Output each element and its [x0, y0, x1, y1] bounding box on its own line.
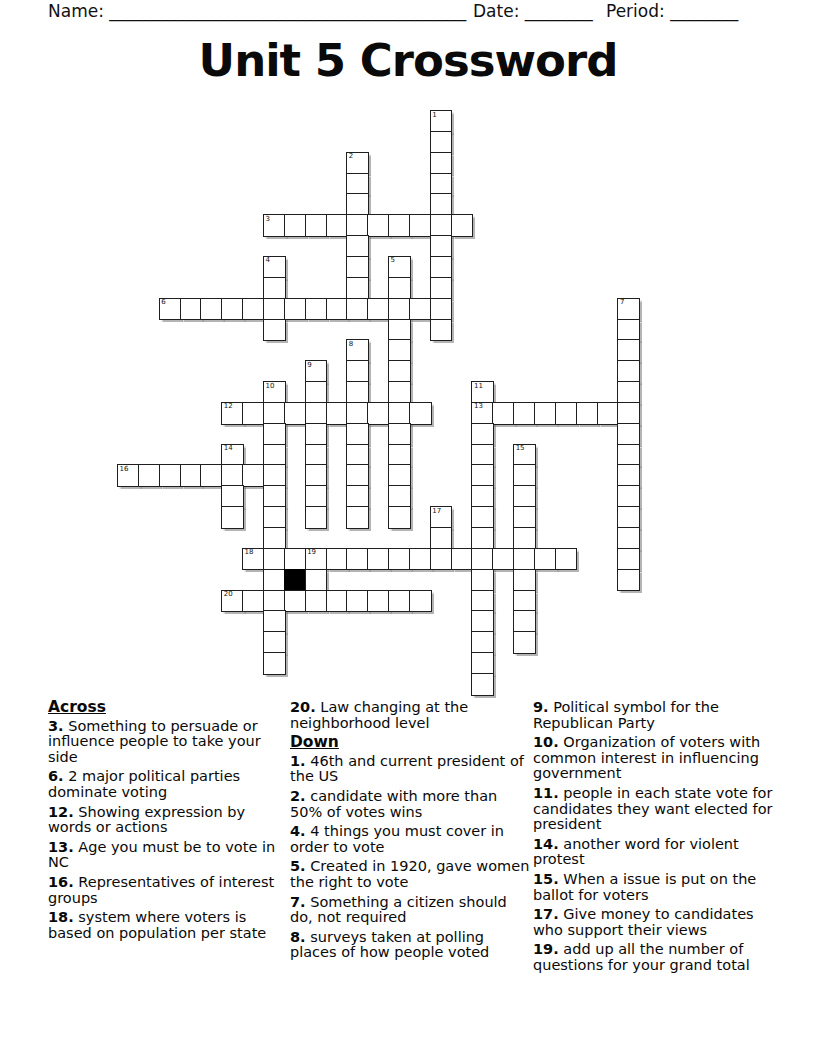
crossword-cell[interactable]: [597, 402, 620, 425]
crossword-cell[interactable]: [305, 444, 328, 467]
clue-20: 20. Law changing at the neighborhood lev…: [290, 700, 530, 731]
crossword-cell[interactable]: [388, 590, 411, 613]
crossword-cell[interactable]: [555, 548, 578, 571]
crossword-cell[interactable]: [430, 319, 453, 342]
crossword-cell[interactable]: [138, 464, 161, 487]
crossword-cell[interactable]: [492, 548, 515, 571]
clue-section-heading-down: Down: [290, 735, 530, 751]
crossword-cell[interactable]: [513, 548, 536, 571]
crossword-cell[interactable]: [326, 548, 349, 571]
crossword-cell[interactable]: [388, 319, 411, 342]
clue-number: 5: [391, 257, 395, 264]
crossword-cell[interactable]: [430, 235, 453, 258]
crossword-cell[interactable]: [617, 381, 640, 404]
period-label: Period:: [606, 1, 665, 21]
crossword-cell[interactable]: [430, 173, 453, 196]
crossword-cell[interactable]: [263, 423, 286, 446]
crossword-cell[interactable]: [346, 506, 369, 529]
crossword-cell[interactable]: [388, 360, 411, 383]
clue-number: 8: [349, 341, 353, 348]
crossword-cell[interactable]: [263, 652, 286, 675]
clue-number: 9: [307, 362, 311, 369]
clue-number-label: 20.: [290, 699, 316, 715]
period-field: Period: ________: [606, 1, 738, 21]
crossword-cell[interactable]: [263, 610, 286, 633]
crossword-cell[interactable]: [617, 339, 640, 362]
crossword-cell[interactable]: [513, 527, 536, 550]
crossword-cell[interactable]: [388, 423, 411, 446]
clue-number-label: 16.: [48, 874, 74, 890]
crossword-cell[interactable]: [242, 464, 265, 487]
crossword-cell[interactable]: [471, 569, 494, 592]
crossword-cell[interactable]: [367, 548, 390, 571]
crossword-cell[interactable]: [284, 590, 307, 613]
clue-5: 5. Created in 1920, gave women the right…: [290, 859, 530, 890]
crossword-cell[interactable]: [346, 298, 369, 321]
crossword-cell[interactable]: [471, 464, 494, 487]
clue-number: 6: [161, 299, 165, 306]
crossword-cell[interactable]: [430, 277, 453, 300]
clues-column-middle: 20. Law changing at the neighborhood lev…: [290, 700, 530, 965]
crossword-cell[interactable]: [305, 214, 328, 237]
crossword-cell[interactable]: [430, 548, 453, 571]
crossword-cell[interactable]: [388, 402, 411, 425]
clue-number-label: 14.: [533, 836, 559, 852]
crossword-cell[interactable]: [326, 298, 349, 321]
crossword-cell[interactable]: [471, 527, 494, 550]
crossword-cell[interactable]: [409, 298, 432, 321]
clue-number: 7: [620, 299, 624, 306]
crossword-cell[interactable]: [430, 131, 453, 154]
clue-number-label: 12.: [48, 804, 74, 820]
clue-number-label: 9.: [533, 699, 549, 715]
clues-column-across: Across3. Something to persuade or influe…: [48, 700, 288, 945]
clue-9: 9. Political symbol for the Republican P…: [533, 700, 773, 731]
crossword-cell[interactable]: [388, 214, 411, 237]
date-blank-line[interactable]: ________: [525, 1, 593, 21]
crossword-cell[interactable]: [430, 152, 453, 175]
crossword-cell[interactable]: [513, 631, 536, 654]
clue-12: 12. Showing expression by words or actio…: [48, 805, 288, 836]
crossword-cell[interactable]: [513, 610, 536, 633]
crossword-cell[interactable]: [200, 464, 223, 487]
clue-number-label: 15.: [533, 871, 559, 887]
crossword-cell[interactable]: [284, 298, 307, 321]
crossword-cell[interactable]: [617, 360, 640, 383]
clue-number: 19: [307, 549, 316, 556]
clue-16: 16. Representatives of interest groups: [48, 875, 288, 906]
crossword-cell[interactable]: [284, 548, 307, 571]
crossword-cell[interactable]: [326, 402, 349, 425]
crossword-cell[interactable]: [263, 569, 286, 592]
crossword-cell[interactable]: [451, 214, 474, 237]
clue-number-label: 10.: [533, 734, 559, 750]
clue-number-label: 18.: [48, 909, 74, 925]
crossword-cell[interactable]: [200, 298, 223, 321]
crossword-cell[interactable]: [388, 444, 411, 467]
clue-18: 18. system where voters is based on popu…: [48, 910, 288, 941]
crossword-cell[interactable]: [180, 464, 203, 487]
crossword-cell[interactable]: [409, 548, 432, 571]
page-title: Unit 5 Crossword: [0, 36, 816, 86]
clue-number: 20: [224, 591, 233, 598]
clue-number: 1: [432, 112, 436, 119]
clues-column-right: 9. Political symbol for the Republican P…: [533, 700, 773, 978]
crossword-cell[interactable]: [430, 256, 453, 279]
crossword-cell[interactable]: [242, 298, 265, 321]
clue-19: 19. add up all the number of questions f…: [533, 942, 773, 973]
crossword-cell[interactable]: [513, 506, 536, 529]
crossword-cell[interactable]: [388, 485, 411, 508]
crossword-cell[interactable]: [346, 360, 369, 383]
crossword-cell[interactable]: [471, 590, 494, 613]
crossword-cell[interactable]: [576, 402, 599, 425]
clue-number-label: 5.: [290, 858, 306, 874]
crossword-cell[interactable]: [242, 590, 265, 613]
clue-number-label: 1.: [290, 753, 306, 769]
crossword-cell[interactable]: [471, 444, 494, 467]
crossword-cell[interactable]: [159, 464, 182, 487]
crossword-cell[interactable]: [513, 402, 536, 425]
crossword-cell[interactable]: [263, 631, 286, 654]
crossword-cell[interactable]: [388, 548, 411, 571]
crossword-cell[interactable]: [305, 590, 328, 613]
crossword-cell[interactable]: [346, 402, 369, 425]
crossword-cell[interactable]: [409, 214, 432, 237]
crossword-cell[interactable]: [617, 485, 640, 508]
clue-14: 14. another word for violent protest: [533, 837, 773, 868]
clue-number: 18: [245, 549, 254, 556]
clue-number: 12: [224, 403, 233, 410]
crossword-cell[interactable]: [367, 298, 390, 321]
clue-number-label: 17.: [533, 906, 559, 922]
crossword-cell[interactable]: [326, 590, 349, 613]
clue-13: 13. Age you must be to vote in NC: [48, 840, 288, 871]
crossword-cell[interactable]: [305, 402, 328, 425]
crossword-cell[interactable]: [263, 277, 286, 300]
crossword-board: 1234567891011121314151617181920: [117, 110, 639, 694]
clue-number-label: 7.: [290, 894, 306, 910]
clue-number: 11: [474, 383, 483, 390]
clue-number: 16: [120, 466, 129, 473]
clue-number: 15: [516, 445, 525, 452]
crossword-cell[interactable]: [305, 423, 328, 446]
crossword-cell[interactable]: [471, 673, 494, 696]
clue-number: 4: [265, 257, 269, 264]
crossword-cell[interactable]: [346, 381, 369, 404]
crossword-cell[interactable]: [555, 402, 578, 425]
crossword-cell[interactable]: [617, 569, 640, 592]
crossword-cell[interactable]: [430, 298, 453, 321]
crossword-cell[interactable]: [367, 590, 390, 613]
crossword-cell[interactable]: [471, 631, 494, 654]
crossword-cell[interactable]: [305, 485, 328, 508]
clue-number: 3: [265, 216, 269, 223]
crossword-cell[interactable]: [388, 506, 411, 529]
crossword-cell[interactable]: [513, 485, 536, 508]
clue-number-label: 6.: [48, 768, 64, 784]
clue-number-label: 11.: [533, 785, 559, 801]
crossword-cell[interactable]: [180, 298, 203, 321]
date-label: Date:: [473, 1, 519, 21]
crossword-cell[interactable]: [409, 590, 432, 613]
crossword-cell[interactable]: [388, 298, 411, 321]
crossword-cell[interactable]: [617, 527, 640, 550]
clue-number: 14: [224, 445, 233, 452]
crossword-cell[interactable]: [471, 485, 494, 508]
crossword-cell[interactable]: [534, 402, 557, 425]
crossword-cell[interactable]: [346, 548, 369, 571]
clue-number-label: 19.: [533, 941, 559, 957]
crossword-cell[interactable]: [305, 569, 328, 592]
crossword-cell[interactable]: [263, 590, 286, 613]
crossword-cell[interactable]: [326, 214, 349, 237]
crossword-cell[interactable]: [367, 402, 390, 425]
crossword-cell[interactable]: [513, 590, 536, 613]
clue-8: 8. surveys taken at polling places of ho…: [290, 930, 530, 961]
crossword-cell[interactable]: [617, 444, 640, 467]
blocked-cell: [284, 569, 307, 592]
clue-number: 13: [474, 403, 483, 410]
clue-3: 3. Something to persuade or influence pe…: [48, 719, 288, 766]
crossword-cell[interactable]: [346, 423, 369, 446]
crossword-cell[interactable]: [263, 527, 286, 550]
crossword-cell[interactable]: [305, 381, 328, 404]
clue-7: 7. Something a citizen should do, not re…: [290, 895, 530, 926]
crossword-cell[interactable]: [346, 444, 369, 467]
crossword-cell[interactable]: [263, 548, 286, 571]
crossword-cell[interactable]: [346, 256, 369, 279]
crossword-cell[interactable]: [346, 173, 369, 196]
clue-17: 17. Give money to candidates who support…: [533, 907, 773, 938]
crossword-cell[interactable]: [221, 485, 244, 508]
crossword-cell[interactable]: [430, 527, 453, 550]
crossword-cell[interactable]: [284, 402, 307, 425]
crossword-cell[interactable]: [305, 298, 328, 321]
crossword-cell[interactable]: [242, 402, 265, 425]
clue-number: 17: [432, 508, 441, 515]
crossword-cell[interactable]: [388, 277, 411, 300]
crossword-cell[interactable]: [346, 235, 369, 258]
crossword-cell[interactable]: [617, 464, 640, 487]
crossword-cell[interactable]: [221, 506, 244, 529]
name-blank-line[interactable]: ________________________________________…: [109, 1, 466, 21]
clue-1: 1. 46th and current president of the US: [290, 754, 530, 785]
name-label: Name:: [48, 1, 104, 21]
name-field: Name: __________________________________…: [48, 1, 466, 21]
crossword-cell[interactable]: [367, 214, 390, 237]
clue-6: 6. 2 major political parties dominate vo…: [48, 769, 288, 800]
clue-11: 11. people in each state vote for candid…: [533, 786, 773, 833]
clue-number-label: 13.: [48, 839, 74, 855]
crossword-cell[interactable]: [221, 464, 244, 487]
clue-number-label: 8.: [290, 929, 306, 945]
crossword-cell[interactable]: [617, 548, 640, 571]
clue-10: 10. Organization of voters with common i…: [533, 735, 773, 782]
crossword-cell[interactable]: [388, 381, 411, 404]
crossword-cell[interactable]: [346, 590, 369, 613]
crossword-cell[interactable]: [388, 464, 411, 487]
crossword-cell[interactable]: [617, 402, 640, 425]
crossword-cell[interactable]: [409, 402, 432, 425]
crossword-cell[interactable]: [534, 548, 557, 571]
crossword-cell[interactable]: [430, 193, 453, 216]
crossword-cell[interactable]: [263, 402, 286, 425]
crossword-cell[interactable]: [263, 319, 286, 342]
clue-number: 10: [265, 383, 274, 390]
crossword-cell[interactable]: [617, 319, 640, 342]
crossword-cell[interactable]: [346, 214, 369, 237]
crossword-cell[interactable]: [346, 193, 369, 216]
clue-number-label: 2.: [290, 788, 306, 804]
crossword-cell[interactable]: [451, 548, 474, 571]
clue-number-label: 3.: [48, 718, 64, 734]
crossword-cell[interactable]: [492, 402, 515, 425]
crossword-cell[interactable]: [263, 506, 286, 529]
crossword-cell[interactable]: [471, 610, 494, 633]
clue-15: 15. When a issue is put on the ballot fo…: [533, 872, 773, 903]
clue-section-heading-across: Across: [48, 700, 288, 716]
clue-number-label: 4.: [290, 823, 306, 839]
period-blank-line[interactable]: ________: [670, 1, 738, 21]
crossword-cell[interactable]: [346, 485, 369, 508]
clue-number: 2: [349, 153, 353, 160]
date-field: Date: ________: [473, 1, 593, 21]
crossword-cell[interactable]: [513, 464, 536, 487]
crossword-cell[interactable]: [471, 506, 494, 529]
crossword-cell[interactable]: [284, 214, 307, 237]
clue-4: 4. 4 things you must cover in order to v…: [290, 824, 530, 855]
crossword-cell[interactable]: [221, 298, 244, 321]
crossword-cell[interactable]: [263, 464, 286, 487]
crossword-cell[interactable]: [471, 652, 494, 675]
crossword-cell[interactable]: [346, 464, 369, 487]
crossword-cell[interactable]: [471, 423, 494, 446]
crossword-cell[interactable]: [430, 214, 453, 237]
crossword-cell[interactable]: [263, 444, 286, 467]
clue-2: 2. candidate with more than 50% of votes…: [290, 789, 530, 820]
crossword-cell[interactable]: [471, 548, 494, 571]
crossword-cell[interactable]: [617, 423, 640, 446]
crossword-cell[interactable]: [513, 569, 536, 592]
crossword-cell[interactable]: [305, 506, 328, 529]
crossword-cell[interactable]: [263, 485, 286, 508]
crossword-cell[interactable]: [388, 339, 411, 362]
crossword-cell[interactable]: [305, 464, 328, 487]
crossword-cell[interactable]: [346, 277, 369, 300]
crossword-cell[interactable]: [263, 298, 286, 321]
crossword-cell[interactable]: [617, 506, 640, 529]
